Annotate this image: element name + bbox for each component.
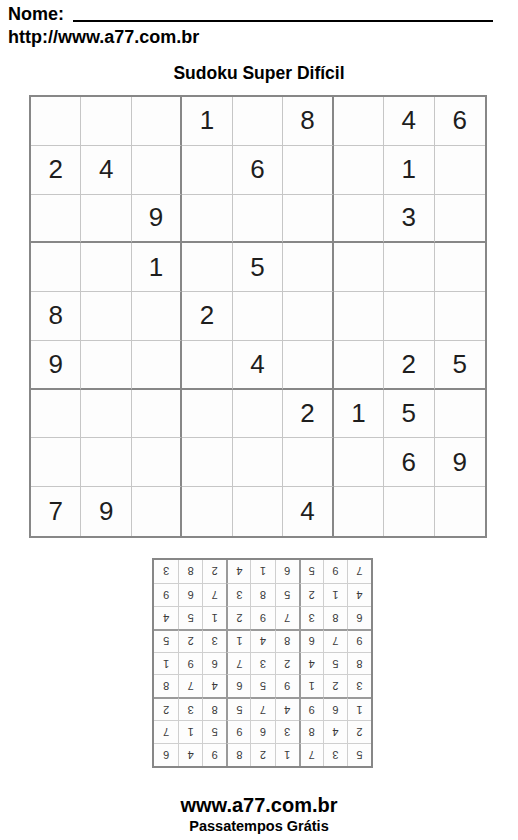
solution-cell-r7c4: 7 (275, 606, 299, 629)
solution-cell-r8c9: 9 (154, 583, 178, 606)
cell-r8c4 (182, 438, 232, 487)
solution-cell-r2c3: 8 (299, 720, 323, 743)
solution-cell-r4c7: 4 (202, 674, 226, 697)
cell-r6c2 (81, 341, 131, 390)
solution-cell-r7c3: 3 (299, 606, 323, 629)
solution-cell-r1c8: 4 (178, 743, 202, 766)
solution-cell-r8c2: 1 (323, 583, 347, 606)
solution-cell-r6c8: 2 (178, 629, 202, 652)
footer-tagline: Passatempos Grátis (0, 818, 518, 834)
cell-r2c6 (283, 146, 333, 195)
cell-r6c9: 5 (435, 341, 485, 390)
cell-r3c6 (283, 195, 333, 244)
solution-cell-r6c9: 5 (154, 629, 178, 652)
cell-r7c7: 1 (334, 390, 384, 439)
cell-r9c5 (233, 487, 283, 536)
cell-r5c4: 2 (182, 292, 232, 341)
cell-r5c8 (384, 292, 434, 341)
cell-r8c2 (81, 438, 131, 487)
puzzle-grid: 18462461931582942521569794 (29, 95, 487, 538)
solution-cell-r2c8: 1 (178, 720, 202, 743)
cell-r9c1: 7 (31, 487, 81, 536)
solution-cell-r3c4: 4 (275, 697, 299, 720)
cell-r4c4 (182, 243, 232, 292)
cell-r6c3 (132, 341, 182, 390)
solution-cell-r1c2: 3 (323, 743, 347, 766)
cell-r4c2 (81, 243, 131, 292)
solution-cell-r5c8: 9 (178, 652, 202, 675)
cell-r1c9: 6 (435, 97, 485, 146)
cell-r8c3 (132, 438, 182, 487)
cell-r9c4 (182, 487, 232, 536)
solution-cell-r3c9: 2 (154, 697, 178, 720)
cell-r5c2 (81, 292, 131, 341)
cell-r2c3 (132, 146, 182, 195)
cell-r7c3 (132, 390, 182, 439)
cell-r9c2: 9 (81, 487, 131, 536)
solution-cell-r7c2: 8 (323, 606, 347, 629)
solution-cell-r4c4: 9 (275, 674, 299, 697)
cell-r1c6: 8 (283, 97, 333, 146)
solution-cell-r8c1: 4 (347, 583, 371, 606)
cell-r9c7 (334, 487, 384, 536)
cell-r2c4 (182, 146, 232, 195)
solution-cell-r7c9: 4 (154, 606, 178, 629)
solution-cell-r3c7: 8 (202, 697, 226, 720)
solution-cell-r9c2: 9 (323, 560, 347, 583)
cell-r3c9 (435, 195, 485, 244)
solution-cell-r6c7: 3 (202, 629, 226, 652)
cell-r7c1 (31, 390, 81, 439)
cell-r7c8: 5 (384, 390, 434, 439)
cell-r7c9 (435, 390, 485, 439)
cell-r1c5 (233, 97, 283, 146)
solution-cell-r4c6: 6 (226, 674, 250, 697)
solution-cell-r9c8: 8 (178, 560, 202, 583)
solution-cell-r1c7: 9 (202, 743, 226, 766)
solution-cell-r7c7: 1 (202, 606, 226, 629)
cell-r5c7 (334, 292, 384, 341)
solution-cell-r8c3: 2 (299, 583, 323, 606)
solution-cell-r3c6: 5 (226, 697, 250, 720)
site-url: http://www.a77.com.br (8, 26, 199, 48)
solution-cell-r2c6: 9 (226, 720, 250, 743)
solution-cell-r4c2: 2 (323, 674, 347, 697)
solution-cell-r3c3: 9 (299, 697, 323, 720)
solution-cell-r6c6: 1 (226, 629, 250, 652)
cell-r1c3 (132, 97, 182, 146)
solution-cell-r8c5: 8 (250, 583, 274, 606)
solution-cell-r2c9: 7 (154, 720, 178, 743)
cell-r8c8: 6 (384, 438, 434, 487)
cell-r4c5: 5 (233, 243, 283, 292)
name-label: Nome: (8, 3, 64, 25)
cell-r1c2 (81, 97, 131, 146)
cell-r2c1: 2 (31, 146, 81, 195)
page: Nome: http://www.a77.com.br Sudoku Super… (0, 0, 518, 840)
solution-cell-r9c1: 7 (347, 560, 371, 583)
cell-r7c5 (233, 390, 283, 439)
solution-cell-r3c8: 3 (178, 697, 202, 720)
solution-grid: 5371289462483695171694758323219564788542… (152, 558, 373, 768)
cell-r5c5 (233, 292, 283, 341)
cell-r8c5 (233, 438, 283, 487)
cell-r7c4 (182, 390, 232, 439)
solution-cell-r4c3: 1 (299, 674, 323, 697)
solution-cell-r8c6: 3 (226, 583, 250, 606)
solution-cell-r1c6: 8 (226, 743, 250, 766)
solution-cell-r5c2: 5 (323, 652, 347, 675)
cell-r3c4 (182, 195, 232, 244)
cell-r3c8: 3 (384, 195, 434, 244)
solution-cell-r6c2: 7 (323, 629, 347, 652)
cell-r3c7 (334, 195, 384, 244)
solution-cell-r4c9: 8 (154, 674, 178, 697)
cell-r6c7 (334, 341, 384, 390)
cell-r7c6: 2 (283, 390, 333, 439)
solution-cell-r6c4: 8 (275, 629, 299, 652)
solution-cell-r9c6: 4 (226, 560, 250, 583)
solution-cell-r5c6: 7 (226, 652, 250, 675)
solution-cell-r2c7: 5 (202, 720, 226, 743)
solution-cell-r9c4: 6 (275, 560, 299, 583)
cell-r9c6: 4 (283, 487, 333, 536)
solution-cell-r7c1: 6 (347, 606, 371, 629)
solution-cell-r5c5: 3 (250, 652, 274, 675)
solution-cell-r2c4: 3 (275, 720, 299, 743)
cell-r1c7 (334, 97, 384, 146)
cell-r4c8 (384, 243, 434, 292)
cell-r2c8: 1 (384, 146, 434, 195)
cell-r6c8: 2 (384, 341, 434, 390)
solution-cell-r1c9: 6 (154, 743, 178, 766)
solution-cell-r8c4: 5 (275, 583, 299, 606)
cell-r2c7 (334, 146, 384, 195)
cell-r5c3 (132, 292, 182, 341)
cell-r4c3: 1 (132, 243, 182, 292)
cell-r4c6 (283, 243, 333, 292)
solution-cell-r2c5: 6 (250, 720, 274, 743)
cell-r9c9 (435, 487, 485, 536)
solution-cell-r6c3: 6 (299, 629, 323, 652)
solution-cell-r7c5: 9 (250, 606, 274, 629)
solution-cell-r3c1: 1 (347, 697, 371, 720)
cell-r8c9: 9 (435, 438, 485, 487)
solution-cell-r1c1: 5 (347, 743, 371, 766)
cell-r4c9 (435, 243, 485, 292)
footer-site: www.a77.com.br (0, 794, 518, 817)
solution-cell-r9c5: 1 (250, 560, 274, 583)
solution-cell-r1c4: 1 (275, 743, 299, 766)
name-blank-line (73, 20, 493, 22)
solution-cell-r1c5: 2 (250, 743, 274, 766)
solution-cell-r6c5: 4 (250, 629, 274, 652)
solution-cell-r5c9: 1 (154, 652, 178, 675)
solution-cell-r4c5: 5 (250, 674, 274, 697)
solution-cell-r8c7: 7 (202, 583, 226, 606)
cell-r6c4 (182, 341, 232, 390)
cell-r5c1: 8 (31, 292, 81, 341)
solution-cell-r4c1: 3 (347, 674, 371, 697)
solution-cell-r5c4: 2 (275, 652, 299, 675)
page-title: Sudoku Super Difícil (0, 63, 518, 84)
cell-r9c3 (132, 487, 182, 536)
cell-r8c1 (31, 438, 81, 487)
cell-r6c1: 9 (31, 341, 81, 390)
solution-cell-r7c8: 5 (178, 606, 202, 629)
solution-cell-r9c9: 3 (154, 560, 178, 583)
cell-r1c1 (31, 97, 81, 146)
solution-cell-r5c3: 4 (299, 652, 323, 675)
solution-cell-r8c8: 6 (178, 583, 202, 606)
name-row: Nome: (8, 3, 493, 25)
cell-r2c5: 6 (233, 146, 283, 195)
cell-r1c8: 4 (384, 97, 434, 146)
solution-cell-r7c6: 2 (226, 606, 250, 629)
cell-r4c7 (334, 243, 384, 292)
cell-r3c5 (233, 195, 283, 244)
cell-r7c2 (81, 390, 131, 439)
cell-r6c5: 4 (233, 341, 283, 390)
solution-cell-r2c1: 2 (347, 720, 371, 743)
solution-cell-r3c5: 7 (250, 697, 274, 720)
solution-cell-r9c7: 2 (202, 560, 226, 583)
cell-r5c6 (283, 292, 333, 341)
cell-r4c1 (31, 243, 81, 292)
solution-cell-r5c7: 6 (202, 652, 226, 675)
solution-cell-r5c1: 8 (347, 652, 371, 675)
cell-r3c1 (31, 195, 81, 244)
solution-cell-r6c1: 9 (347, 629, 371, 652)
cell-r9c8 (384, 487, 434, 536)
cell-r8c7 (334, 438, 384, 487)
cell-r3c2 (81, 195, 131, 244)
solution-cell-r1c3: 7 (299, 743, 323, 766)
cell-r1c4: 1 (182, 97, 232, 146)
solution-cell-r2c2: 4 (323, 720, 347, 743)
cell-r8c6 (283, 438, 333, 487)
cell-r5c9 (435, 292, 485, 341)
cell-r2c9 (435, 146, 485, 195)
solution-cell-r4c8: 7 (178, 674, 202, 697)
solution-cell-r9c3: 5 (299, 560, 323, 583)
cell-r2c2: 4 (81, 146, 131, 195)
solution-cell-r3c2: 6 (323, 697, 347, 720)
cell-r6c6 (283, 341, 333, 390)
cell-r3c3: 9 (132, 195, 182, 244)
